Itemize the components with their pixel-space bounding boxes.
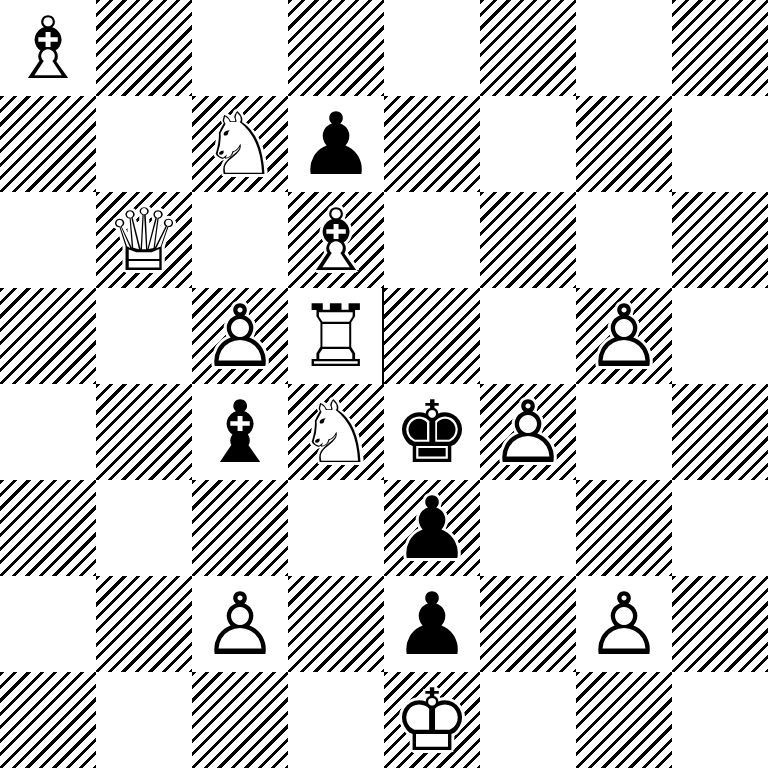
- chess-board: ♝♗♞♘♟♟♛♕♝♗♟♙♜♖♟♙♝♝♞♘♚♚♟♙♟♟♟♙♟♟♟♙♚♔: [0, 0, 768, 768]
- square-e1[interactable]: ♚♔: [384, 672, 480, 768]
- piece-glyph: ♙: [192, 288, 288, 384]
- square-g1[interactable]: [576, 672, 672, 768]
- piece-glyph: ♙: [576, 576, 672, 672]
- piece-black-king[interactable]: ♚♚: [384, 384, 480, 480]
- square-h2[interactable]: [672, 576, 768, 672]
- piece-glyph: ♚: [384, 384, 480, 480]
- piece-white-pawn[interactable]: ♟♙: [192, 576, 288, 672]
- piece-black-bishop[interactable]: ♝♝: [192, 384, 288, 480]
- square-a1[interactable]: [0, 672, 96, 768]
- piece-glyph: ♗: [0, 0, 96, 96]
- square-f7[interactable]: [480, 96, 576, 192]
- square-f3[interactable]: [480, 480, 576, 576]
- square-b5[interactable]: [96, 288, 192, 384]
- square-b7[interactable]: [96, 96, 192, 192]
- piece-white-queen[interactable]: ♛♕: [96, 192, 192, 288]
- square-c7[interactable]: ♞♘: [192, 96, 288, 192]
- piece-glyph: ♟: [384, 576, 480, 672]
- square-g8[interactable]: [576, 0, 672, 96]
- square-e5[interactable]: [384, 288, 480, 384]
- piece-white-pawn[interactable]: ♟♙: [576, 288, 672, 384]
- square-e3[interactable]: ♟♟: [384, 480, 480, 576]
- piece-glyph: ♝: [192, 384, 288, 480]
- piece-glyph: ♗: [288, 192, 384, 288]
- square-g7[interactable]: [576, 96, 672, 192]
- square-b1[interactable]: [96, 672, 192, 768]
- square-b2[interactable]: [96, 576, 192, 672]
- square-c8[interactable]: [192, 0, 288, 96]
- piece-glyph: ♟: [288, 96, 384, 192]
- square-e8[interactable]: [384, 0, 480, 96]
- square-c3[interactable]: [192, 480, 288, 576]
- square-d5[interactable]: ♜♖: [288, 288, 384, 384]
- piece-white-pawn[interactable]: ♟♙: [192, 288, 288, 384]
- square-f5[interactable]: [480, 288, 576, 384]
- square-d3[interactable]: [288, 480, 384, 576]
- piece-white-pawn[interactable]: ♟♙: [480, 384, 576, 480]
- square-d4[interactable]: ♞♘: [288, 384, 384, 480]
- square-h4[interactable]: [672, 384, 768, 480]
- piece-white-bishop[interactable]: ♝♗: [288, 192, 384, 288]
- square-d7[interactable]: ♟♟: [288, 96, 384, 192]
- square-a6[interactable]: [0, 192, 96, 288]
- square-f1[interactable]: [480, 672, 576, 768]
- square-e2[interactable]: ♟♟: [384, 576, 480, 672]
- square-d2[interactable]: [288, 576, 384, 672]
- square-h8[interactable]: [672, 0, 768, 96]
- square-h6[interactable]: [672, 192, 768, 288]
- square-c6[interactable]: [192, 192, 288, 288]
- square-f2[interactable]: [480, 576, 576, 672]
- square-g4[interactable]: [576, 384, 672, 480]
- square-e6[interactable]: [384, 192, 480, 288]
- square-g3[interactable]: [576, 480, 672, 576]
- square-e7[interactable]: [384, 96, 480, 192]
- square-b6[interactable]: ♛♕: [96, 192, 192, 288]
- square-d6[interactable]: ♝♗: [288, 192, 384, 288]
- piece-white-knight[interactable]: ♞♘: [288, 384, 384, 480]
- piece-black-pawn[interactable]: ♟♟: [384, 480, 480, 576]
- square-h1[interactable]: [672, 672, 768, 768]
- square-c2[interactable]: ♟♙: [192, 576, 288, 672]
- square-d1[interactable]: [288, 672, 384, 768]
- square-a7[interactable]: [0, 96, 96, 192]
- square-h3[interactable]: [672, 480, 768, 576]
- square-f6[interactable]: [480, 192, 576, 288]
- square-f4[interactable]: ♟♙: [480, 384, 576, 480]
- piece-black-pawn[interactable]: ♟♟: [384, 576, 480, 672]
- square-c5[interactable]: ♟♙: [192, 288, 288, 384]
- square-g2[interactable]: ♟♙: [576, 576, 672, 672]
- piece-glyph: ♘: [192, 96, 288, 192]
- piece-glyph: ♘: [288, 384, 384, 480]
- piece-glyph: ♙: [480, 384, 576, 480]
- square-a4[interactable]: [0, 384, 96, 480]
- square-c1[interactable]: [192, 672, 288, 768]
- piece-glyph: ♟: [384, 480, 480, 576]
- piece-white-pawn[interactable]: ♟♙: [576, 576, 672, 672]
- square-a2[interactable]: [0, 576, 96, 672]
- square-d8[interactable]: [288, 0, 384, 96]
- square-a3[interactable]: [0, 480, 96, 576]
- piece-white-bishop[interactable]: ♝♗: [0, 0, 96, 96]
- square-c4[interactable]: ♝♝: [192, 384, 288, 480]
- square-a5[interactable]: [0, 288, 96, 384]
- square-f8[interactable]: [480, 0, 576, 96]
- piece-black-pawn[interactable]: ♟♟: [288, 96, 384, 192]
- piece-glyph: ♙: [576, 288, 672, 384]
- piece-glyph: ♖: [288, 288, 384, 384]
- square-g6[interactable]: [576, 192, 672, 288]
- piece-glyph: ♔: [384, 672, 480, 768]
- piece-glyph: ♕: [96, 192, 192, 288]
- piece-white-knight[interactable]: ♞♘: [192, 96, 288, 192]
- square-a8[interactable]: ♝♗: [0, 0, 96, 96]
- piece-white-rook[interactable]: ♜♖: [288, 288, 384, 384]
- square-b8[interactable]: [96, 0, 192, 96]
- piece-white-king[interactable]: ♚♔: [384, 672, 480, 768]
- square-b4[interactable]: [96, 384, 192, 480]
- square-g5[interactable]: ♟♙: [576, 288, 672, 384]
- square-e4[interactable]: ♚♚: [384, 384, 480, 480]
- square-h7[interactable]: [672, 96, 768, 192]
- square-h5[interactable]: [672, 288, 768, 384]
- piece-glyph: ♙: [192, 576, 288, 672]
- square-b3[interactable]: [96, 480, 192, 576]
